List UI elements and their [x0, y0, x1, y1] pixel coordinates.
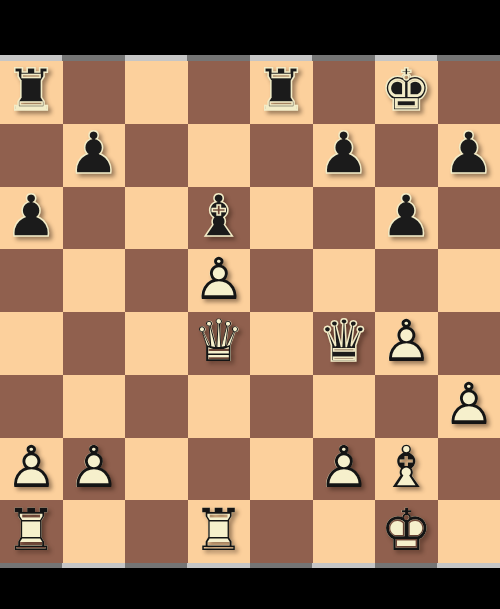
- square-d6[interactable]: ♝: [188, 187, 251, 250]
- square-f8[interactable]: [313, 61, 376, 124]
- black-pawn-glyph: ♟: [443, 124, 495, 182]
- black-king-g8[interactable]: ♚: [375, 61, 438, 124]
- white-king-g1[interactable]: ♚♔: [375, 500, 438, 563]
- white-rook-outline-glyph: ♖: [5, 501, 57, 559]
- black-queen-f4[interactable]: ♛: [313, 312, 376, 375]
- square-f1[interactable]: [313, 500, 376, 563]
- square-h6[interactable]: [438, 187, 500, 250]
- white-pawn-outline-glyph: ♙: [193, 250, 245, 308]
- black-pawn-glyph: ♟: [380, 187, 432, 245]
- square-d1[interactable]: ♜♖: [188, 500, 251, 563]
- square-g1[interactable]: ♚♔: [375, 500, 438, 563]
- square-c5[interactable]: [125, 249, 188, 312]
- square-c1[interactable]: [125, 500, 188, 563]
- black-pawn-a6[interactable]: ♟: [0, 187, 63, 250]
- black-rook-a8[interactable]: ♜: [0, 61, 63, 124]
- square-b2[interactable]: ♟♙: [63, 438, 126, 501]
- square-b5[interactable]: [63, 249, 126, 312]
- square-e6[interactable]: [250, 187, 313, 250]
- black-bishop-d6[interactable]: ♝: [188, 187, 251, 250]
- square-b6[interactable]: [63, 187, 126, 250]
- black-pawn-b7[interactable]: ♟: [63, 124, 126, 187]
- black-pawn-h7[interactable]: ♟: [438, 124, 500, 187]
- white-queen-outline-glyph: ♕: [193, 313, 245, 371]
- square-d8[interactable]: [188, 61, 251, 124]
- black-pawn-f7[interactable]: ♟: [313, 124, 376, 187]
- square-e4[interactable]: [250, 312, 313, 375]
- white-pawn-f2[interactable]: ♟♙: [313, 438, 376, 501]
- white-pawn-g4[interactable]: ♟♙: [375, 312, 438, 375]
- white-pawn-h3[interactable]: ♟♙: [438, 375, 500, 438]
- square-g5[interactable]: [375, 249, 438, 312]
- white-pawn-outline-glyph: ♙: [68, 438, 120, 496]
- square-c3[interactable]: [125, 375, 188, 438]
- white-pawn-outline-glyph: ♙: [380, 313, 432, 371]
- black-queen-glyph: ♛: [318, 313, 370, 371]
- black-rook-glyph: ♜: [255, 62, 307, 120]
- square-d3[interactable]: [188, 375, 251, 438]
- square-c7[interactable]: [125, 124, 188, 187]
- white-pawn-outline-glyph: ♙: [318, 438, 370, 496]
- square-f7[interactable]: ♟: [313, 124, 376, 187]
- square-a5[interactable]: [0, 249, 63, 312]
- white-queen-d4[interactable]: ♛♕: [188, 312, 251, 375]
- square-h2[interactable]: [438, 438, 500, 501]
- square-a8[interactable]: ♜: [0, 61, 63, 124]
- square-b7[interactable]: ♟: [63, 124, 126, 187]
- square-f3[interactable]: [313, 375, 376, 438]
- square-g7[interactable]: [375, 124, 438, 187]
- square-g4[interactable]: ♟♙: [375, 312, 438, 375]
- white-pawn-outline-glyph: ♙: [443, 375, 495, 433]
- black-pawn-glyph: ♟: [318, 124, 370, 182]
- white-pawn-outline-glyph: ♙: [5, 438, 57, 496]
- white-pawn-d5[interactable]: ♟♙: [188, 249, 251, 312]
- black-pawn-glyph: ♟: [5, 187, 57, 245]
- square-f5[interactable]: [313, 249, 376, 312]
- white-king-outline-glyph: ♔: [380, 501, 432, 559]
- black-pawn-glyph: ♟: [68, 124, 120, 182]
- top-letterbox-band: [0, 0, 500, 55]
- white-bishop-outline-glyph: ♗: [380, 438, 432, 496]
- black-king-glyph: ♚: [380, 62, 432, 120]
- black-pawn-g6[interactable]: ♟: [375, 187, 438, 250]
- square-c4[interactable]: [125, 312, 188, 375]
- square-b4[interactable]: [63, 312, 126, 375]
- square-c2[interactable]: [125, 438, 188, 501]
- square-a3[interactable]: [0, 375, 63, 438]
- square-c8[interactable]: [125, 61, 188, 124]
- chess-board: ♜♜♚♟♟♟♟♝♟♟♙♛♕♛♟♙♟♙♟♙♟♙♟♙♝♗♜♖♜♖♚♔: [0, 61, 500, 563]
- square-h1[interactable]: [438, 500, 500, 563]
- square-e5[interactable]: [250, 249, 313, 312]
- square-c6[interactable]: [125, 187, 188, 250]
- square-b8[interactable]: [63, 61, 126, 124]
- bottom-letterbox-band: [0, 568, 500, 609]
- black-rook-e8[interactable]: ♜: [250, 61, 313, 124]
- black-bishop-glyph: ♝: [193, 187, 245, 245]
- square-h7[interactable]: ♟: [438, 124, 500, 187]
- square-a2[interactable]: ♟♙: [0, 438, 63, 501]
- square-b1[interactable]: [63, 500, 126, 563]
- square-g3[interactable]: [375, 375, 438, 438]
- square-f4[interactable]: ♛: [313, 312, 376, 375]
- chess-app-window: ♜♜♚♟♟♟♟♝♟♟♙♛♕♛♟♙♟♙♟♙♟♙♟♙♝♗♜♖♜♖♚♔: [0, 0, 500, 609]
- white-pawn-a2[interactable]: ♟♙: [0, 438, 63, 501]
- white-bishop-g2[interactable]: ♝♗: [375, 438, 438, 501]
- square-h4[interactable]: [438, 312, 500, 375]
- square-a7[interactable]: [0, 124, 63, 187]
- square-d4[interactable]: ♛♕: [188, 312, 251, 375]
- square-h5[interactable]: [438, 249, 500, 312]
- square-e3[interactable]: [250, 375, 313, 438]
- black-rook-glyph: ♜: [5, 62, 57, 120]
- square-d5[interactable]: ♟♙: [188, 249, 251, 312]
- square-e7[interactable]: [250, 124, 313, 187]
- square-h3[interactable]: ♟♙: [438, 375, 500, 438]
- square-b3[interactable]: [63, 375, 126, 438]
- square-a1[interactable]: ♜♖: [0, 500, 63, 563]
- square-f2[interactable]: ♟♙: [313, 438, 376, 501]
- square-d2[interactable]: [188, 438, 251, 501]
- square-a6[interactable]: ♟: [0, 187, 63, 250]
- square-g2[interactable]: ♝♗: [375, 438, 438, 501]
- white-rook-outline-glyph: ♖: [193, 501, 245, 559]
- square-d7[interactable]: [188, 124, 251, 187]
- square-f6[interactable]: [313, 187, 376, 250]
- square-e8[interactable]: ♜: [250, 61, 313, 124]
- square-e2[interactable]: [250, 438, 313, 501]
- square-a4[interactable]: [0, 312, 63, 375]
- square-g8[interactable]: ♚: [375, 61, 438, 124]
- white-rook-a1[interactable]: ♜♖: [0, 500, 63, 563]
- square-g6[interactable]: ♟: [375, 187, 438, 250]
- square-h8[interactable]: [438, 61, 500, 124]
- square-e1[interactable]: [250, 500, 313, 563]
- white-pawn-b2[interactable]: ♟♙: [63, 438, 126, 501]
- white-rook-d1[interactable]: ♜♖: [188, 500, 251, 563]
